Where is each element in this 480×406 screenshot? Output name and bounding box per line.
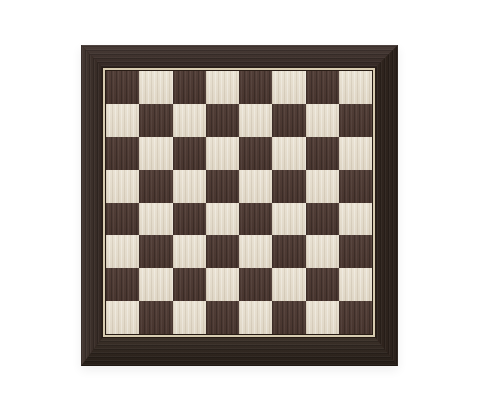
square-b2 xyxy=(139,268,172,301)
chess-board xyxy=(81,45,398,366)
board-frame-left-rail xyxy=(81,45,102,366)
square-e2 xyxy=(239,268,272,301)
square-b5 xyxy=(139,170,172,203)
board-grid xyxy=(106,71,372,334)
square-e4 xyxy=(239,203,272,236)
square-a7 xyxy=(106,104,139,137)
square-e7 xyxy=(239,104,272,137)
square-h6 xyxy=(339,137,372,170)
square-a2 xyxy=(106,268,139,301)
board-frame-right-rail xyxy=(376,45,398,366)
square-h3 xyxy=(339,235,372,268)
square-b1 xyxy=(139,301,172,334)
square-c7 xyxy=(173,104,206,137)
maple-inlay-line xyxy=(102,67,376,338)
square-g7 xyxy=(306,104,339,137)
board-frame-top-rail xyxy=(81,45,398,67)
square-b8 xyxy=(139,71,172,104)
square-a3 xyxy=(106,235,139,268)
square-h4 xyxy=(339,203,372,236)
square-g1 xyxy=(306,301,339,334)
square-d5 xyxy=(206,170,239,203)
square-d7 xyxy=(206,104,239,137)
square-g3 xyxy=(306,235,339,268)
square-c5 xyxy=(173,170,206,203)
square-h1 xyxy=(339,301,372,334)
square-b4 xyxy=(139,203,172,236)
square-f5 xyxy=(272,170,305,203)
square-d4 xyxy=(206,203,239,236)
square-e6 xyxy=(239,137,272,170)
square-f1 xyxy=(272,301,305,334)
square-a8 xyxy=(106,71,139,104)
square-g6 xyxy=(306,137,339,170)
square-c8 xyxy=(173,71,206,104)
square-f7 xyxy=(272,104,305,137)
square-c6 xyxy=(173,137,206,170)
square-e1 xyxy=(239,301,272,334)
square-b7 xyxy=(139,104,172,137)
square-a4 xyxy=(106,203,139,236)
square-c1 xyxy=(173,301,206,334)
square-g5 xyxy=(306,170,339,203)
square-f8 xyxy=(272,71,305,104)
photo-canvas xyxy=(0,0,480,406)
square-h5 xyxy=(339,170,372,203)
square-g2 xyxy=(306,268,339,301)
square-b3 xyxy=(139,235,172,268)
square-d3 xyxy=(206,235,239,268)
square-f2 xyxy=(272,268,305,301)
square-a6 xyxy=(106,137,139,170)
square-a5 xyxy=(106,170,139,203)
square-c3 xyxy=(173,235,206,268)
square-f4 xyxy=(272,203,305,236)
square-g8 xyxy=(306,71,339,104)
square-d2 xyxy=(206,268,239,301)
square-d8 xyxy=(206,71,239,104)
square-h8 xyxy=(339,71,372,104)
square-h7 xyxy=(339,104,372,137)
square-h2 xyxy=(339,268,372,301)
square-c2 xyxy=(173,268,206,301)
square-e3 xyxy=(239,235,272,268)
square-d6 xyxy=(206,137,239,170)
square-f6 xyxy=(272,137,305,170)
square-g4 xyxy=(306,203,339,236)
square-c4 xyxy=(173,203,206,236)
square-b6 xyxy=(139,137,172,170)
square-a1 xyxy=(106,301,139,334)
square-f3 xyxy=(272,235,305,268)
square-e8 xyxy=(239,71,272,104)
board-frame-bottom-rail xyxy=(81,338,398,366)
square-d1 xyxy=(206,301,239,334)
square-e5 xyxy=(239,170,272,203)
